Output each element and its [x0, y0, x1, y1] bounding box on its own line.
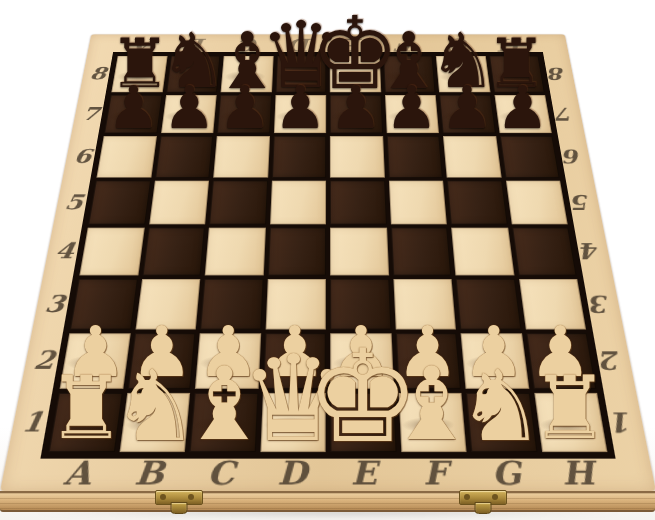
piece-black-pawn-c7[interactable]: ♟ — [218, 77, 271, 136]
piece-black-pawn-e7[interactable]: ♟ — [329, 77, 382, 136]
piece-black-pawn-h7[interactable]: ♟ — [496, 77, 549, 136]
piece-black-pawn-d7[interactable]: ♟ — [274, 77, 327, 136]
piece-black-pawn-g7[interactable]: ♟ — [440, 77, 493, 136]
pieces-layer: ♜♞♝♛♚♝♞♜♟♟♟♟♟♟♟♟♟♟♟♟♟♟♟♟♜♞♝♛♚♝♞♜ — [0, 0, 655, 520]
chess-set-photo: ABCDEFGH8877665544332211ABCDEFGH ♜♞♝♛♚♝♞… — [0, 0, 655, 520]
piece-white-rook-h1[interactable]: ♜ — [531, 366, 609, 453]
piece-black-pawn-b7[interactable]: ♟ — [163, 77, 216, 136]
piece-black-pawn-a7[interactable]: ♟ — [107, 77, 160, 136]
piece-black-pawn-f7[interactable]: ♟ — [385, 77, 438, 136]
